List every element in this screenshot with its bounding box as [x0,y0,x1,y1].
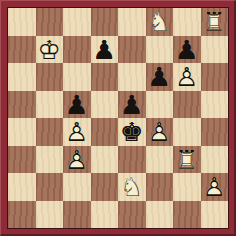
square-a2[interactable] [8,173,36,201]
piece-white-rook-g3[interactable]: ♜♖ [173,146,201,174]
square-h5[interactable] [201,91,229,119]
piece-white-pawn-f4[interactable]: ♟♙ [146,118,174,146]
piece-black-pawn-g7[interactable]: ♟♙ [173,36,201,64]
square-b8[interactable] [36,8,64,36]
piece-white-knight-e2[interactable]: ♞♘ [118,173,146,201]
white-rook-outline-icon: ♖ [173,146,201,174]
square-f3[interactable] [146,146,174,174]
piece-white-pawn-c4[interactable]: ♟♙ [63,118,91,146]
white-pawn-outline-icon: ♙ [146,118,174,146]
square-b4[interactable] [36,118,64,146]
piece-white-pawn-g6[interactable]: ♟♙ [173,63,201,91]
square-e8[interactable] [118,8,146,36]
square-h1[interactable] [201,201,229,229]
white-rook-outline-icon: ♖ [201,8,229,36]
square-f5[interactable] [146,91,174,119]
square-e4[interactable]: ♚♔ [118,118,146,146]
square-f2[interactable] [146,173,174,201]
square-b5[interactable] [36,91,64,119]
square-h8[interactable]: ♜♖ [201,8,229,36]
piece-white-pawn-h2[interactable]: ♟♙ [201,173,229,201]
square-b2[interactable] [36,173,64,201]
piece-black-king-e4[interactable]: ♚♔ [118,118,146,146]
square-f8[interactable]: ♞♘ [146,8,174,36]
square-a3[interactable] [8,146,36,174]
piece-black-pawn-e5[interactable]: ♟♙ [118,91,146,119]
square-d3[interactable] [91,146,119,174]
piece-black-pawn-f6[interactable]: ♟♙ [146,63,174,91]
square-e6[interactable] [118,63,146,91]
square-h2[interactable]: ♟♙ [201,173,229,201]
square-d2[interactable] [91,173,119,201]
square-c8[interactable] [63,8,91,36]
square-c1[interactable] [63,201,91,229]
square-a1[interactable] [8,201,36,229]
square-g5[interactable] [173,91,201,119]
square-a8[interactable] [8,8,36,36]
piece-black-pawn-c5[interactable]: ♟♙ [63,91,91,119]
square-d7[interactable]: ♟♙ [91,36,119,64]
square-e7[interactable] [118,36,146,64]
square-f4[interactable]: ♟♙ [146,118,174,146]
square-h3[interactable] [201,146,229,174]
square-b1[interactable] [36,201,64,229]
white-pawn-outline-icon: ♙ [201,173,229,201]
square-e2[interactable]: ♞♘ [118,173,146,201]
square-e3[interactable] [118,146,146,174]
black-pawn-outline-icon: ♙ [91,36,119,64]
square-d6[interactable] [91,63,119,91]
white-king-outline-icon: ♔ [36,36,64,64]
square-d8[interactable] [91,8,119,36]
square-h7[interactable] [201,36,229,64]
square-c4[interactable]: ♟♙ [63,118,91,146]
square-b3[interactable] [36,146,64,174]
square-b7[interactable]: ♚♔ [36,36,64,64]
square-g2[interactable] [173,173,201,201]
square-a5[interactable] [8,91,36,119]
square-d5[interactable] [91,91,119,119]
black-pawn-outline-icon: ♙ [173,36,201,64]
piece-white-knight-f8[interactable]: ♞♘ [146,8,174,36]
square-a4[interactable] [8,118,36,146]
square-h6[interactable] [201,63,229,91]
square-e1[interactable] [118,201,146,229]
square-g7[interactable]: ♟♙ [173,36,201,64]
square-d4[interactable] [91,118,119,146]
white-pawn-outline-icon: ♙ [63,146,91,174]
square-e5[interactable]: ♟♙ [118,91,146,119]
black-king-outline-icon: ♔ [118,118,146,146]
piece-white-rook-h8[interactable]: ♜♖ [201,8,229,36]
square-h4[interactable] [201,118,229,146]
black-pawn-outline-icon: ♙ [118,91,146,119]
square-f1[interactable] [146,201,174,229]
square-f6[interactable]: ♟♙ [146,63,174,91]
square-a7[interactable] [8,36,36,64]
square-c6[interactable] [63,63,91,91]
piece-black-pawn-d7[interactable]: ♟♙ [91,36,119,64]
square-b6[interactable] [36,63,64,91]
square-c2[interactable] [63,173,91,201]
piece-white-pawn-c3[interactable]: ♟♙ [63,146,91,174]
square-d1[interactable] [91,201,119,229]
white-pawn-outline-icon: ♙ [63,118,91,146]
square-c3[interactable]: ♟♙ [63,146,91,174]
black-pawn-outline-icon: ♙ [63,91,91,119]
white-pawn-outline-icon: ♙ [173,63,201,91]
black-pawn-outline-icon: ♙ [146,63,174,91]
white-knight-outline-icon: ♘ [146,8,174,36]
square-g8[interactable] [173,8,201,36]
board-frame: ♞♘♜♖♚♔♟♙♟♙♟♙♟♙♟♙♟♙♟♙♚♔♟♙♟♙♜♖♞♘♟♙ [0,0,236,236]
square-a6[interactable] [8,63,36,91]
square-g6[interactable]: ♟♙ [173,63,201,91]
chess-board: ♞♘♜♖♚♔♟♙♟♙♟♙♟♙♟♙♟♙♟♙♚♔♟♙♟♙♜♖♞♘♟♙ [7,7,229,229]
square-g1[interactable] [173,201,201,229]
square-c7[interactable] [63,36,91,64]
square-g3[interactable]: ♜♖ [173,146,201,174]
piece-white-king-b7[interactable]: ♚♔ [36,36,64,64]
square-f7[interactable] [146,36,174,64]
white-knight-outline-icon: ♘ [118,173,146,201]
square-g4[interactable] [173,118,201,146]
square-c5[interactable]: ♟♙ [63,91,91,119]
